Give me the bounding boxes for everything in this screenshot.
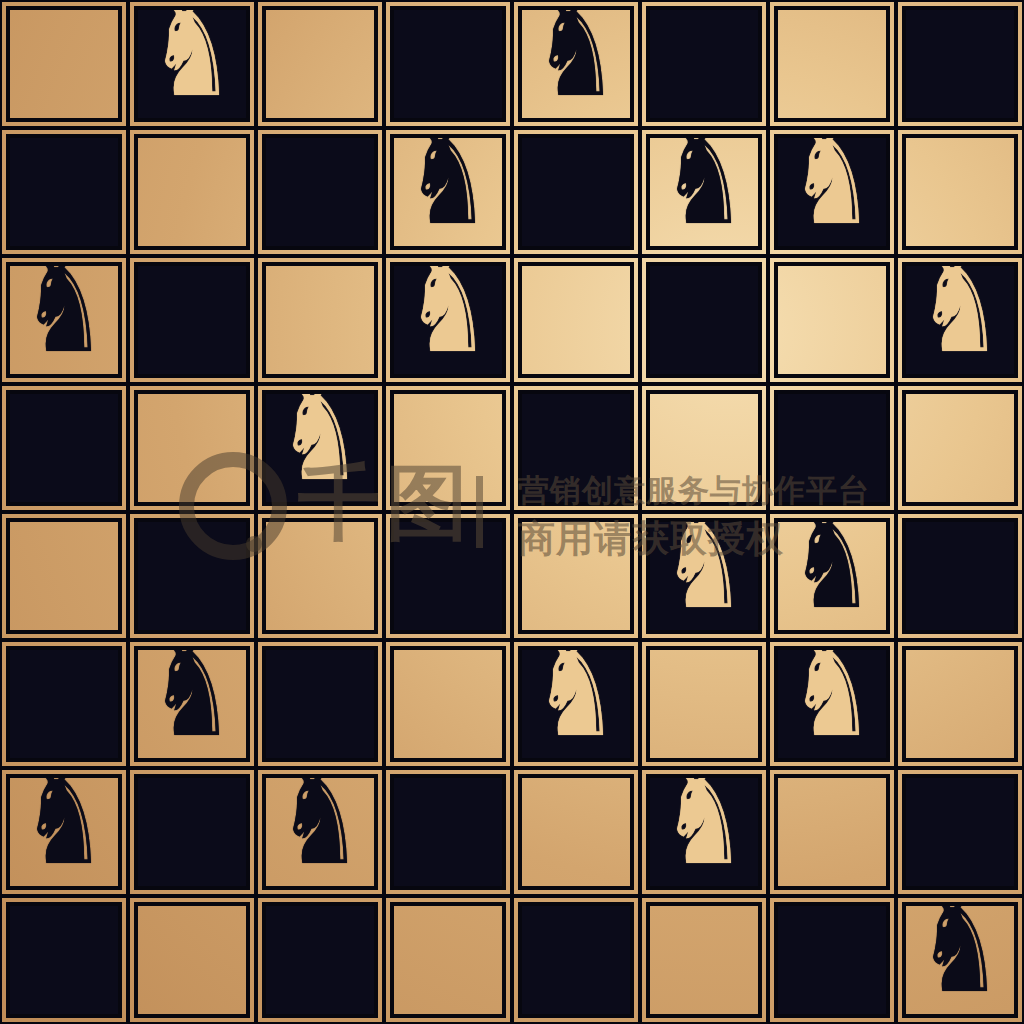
square-fill-dark (522, 394, 630, 502)
square-r3c1-gold (128, 384, 256, 512)
square-r4c0-gold (0, 512, 128, 640)
square-r0c6-gold (768, 0, 896, 128)
square-r6c1-dark (128, 768, 256, 896)
square-r7c1-gold (128, 896, 256, 1024)
square-r6c2-gold: ♞ (256, 768, 384, 896)
square-r6c0-gold: ♞ (0, 768, 128, 896)
square-r5c6-dark: ♞ (768, 640, 896, 768)
square-fill-dark: ♞ (266, 394, 374, 502)
square-fill-gold (394, 394, 502, 502)
square-r2c3-dark: ♞ (384, 256, 512, 384)
square-r0c0-gold (0, 0, 128, 128)
knight-dark: ♞ (534, 10, 619, 116)
knight-dark: ♞ (150, 650, 235, 756)
square-fill-dark (10, 906, 118, 1014)
square-r1c4-dark (512, 128, 640, 256)
square-r1c1-gold (128, 128, 256, 256)
square-fill-gold (778, 10, 886, 118)
square-fill-dark (138, 266, 246, 374)
square-fill-gold (10, 10, 118, 118)
knight-dark: ♞ (918, 906, 1003, 1012)
square-fill-dark (906, 10, 1014, 118)
square-fill-dark: ♞ (394, 266, 502, 374)
square-r4c4-gold (512, 512, 640, 640)
square-r4c5-dark: ♞ (640, 512, 768, 640)
square-fill-gold (138, 394, 246, 502)
square-r4c7-dark (896, 512, 1024, 640)
knight-gold: ♞ (534, 650, 619, 756)
square-fill-dark: ♞ (650, 778, 758, 886)
square-r1c3-gold: ♞ (384, 128, 512, 256)
square-fill-gold (650, 650, 758, 758)
square-fill-gold (138, 138, 246, 246)
knight-gold: ♞ (150, 10, 235, 116)
square-r3c2-dark: ♞ (256, 384, 384, 512)
square-r3c6-dark (768, 384, 896, 512)
square-r0c3-dark (384, 0, 512, 128)
square-fill-gold (522, 778, 630, 886)
square-r6c4-gold (512, 768, 640, 896)
square-fill-dark: ♞ (650, 522, 758, 630)
square-r5c2-dark (256, 640, 384, 768)
knight-dark: ♞ (278, 778, 363, 884)
square-r5c5-gold (640, 640, 768, 768)
square-r5c1-gold: ♞ (128, 640, 256, 768)
square-r1c5-gold: ♞ (640, 128, 768, 256)
square-fill-dark: ♞ (778, 650, 886, 758)
square-r1c0-dark (0, 128, 128, 256)
square-r5c0-dark (0, 640, 128, 768)
square-fill-dark (10, 650, 118, 758)
square-fill-gold (266, 522, 374, 630)
square-r1c2-dark (256, 128, 384, 256)
square-fill-dark (394, 778, 502, 886)
square-r2c4-gold (512, 256, 640, 384)
square-r2c7-dark: ♞ (896, 256, 1024, 384)
square-fill-gold: ♞ (394, 138, 502, 246)
square-r7c7-gold: ♞ (896, 896, 1024, 1024)
knight-gold: ♞ (278, 394, 363, 500)
square-fill-dark: ♞ (906, 266, 1014, 374)
square-r2c0-gold: ♞ (0, 256, 128, 384)
square-fill-dark (778, 394, 886, 502)
knight-dark: ♞ (406, 138, 491, 244)
knight-gold: ♞ (790, 138, 875, 244)
square-fill-dark (906, 778, 1014, 886)
square-fill-gold: ♞ (138, 650, 246, 758)
square-r4c6-gold: ♞ (768, 512, 896, 640)
square-fill-gold (906, 138, 1014, 246)
square-fill-gold: ♞ (10, 266, 118, 374)
square-r1c7-gold (896, 128, 1024, 256)
square-fill-dark (906, 522, 1014, 630)
knight-dark: ♞ (790, 522, 875, 628)
square-fill-dark (394, 522, 502, 630)
square-fill-dark (778, 906, 886, 1014)
square-r2c5-dark (640, 256, 768, 384)
square-r6c6-gold (768, 768, 896, 896)
square-fill-dark (266, 650, 374, 758)
square-fill-dark (138, 522, 246, 630)
square-fill-dark (650, 10, 758, 118)
square-r5c3-gold (384, 640, 512, 768)
square-fill-gold: ♞ (266, 778, 374, 886)
square-r6c5-dark: ♞ (640, 768, 768, 896)
square-r0c7-dark (896, 0, 1024, 128)
square-r4c1-dark (128, 512, 256, 640)
square-fill-gold (266, 266, 374, 374)
square-r0c4-gold: ♞ (512, 0, 640, 128)
square-fill-dark (394, 10, 502, 118)
square-r3c3-gold (384, 384, 512, 512)
square-r6c3-dark (384, 768, 512, 896)
square-fill-gold (650, 394, 758, 502)
square-fill-dark (522, 906, 630, 1014)
knight-gold: ♞ (918, 266, 1003, 372)
square-fill-gold: ♞ (650, 138, 758, 246)
square-fill-gold (394, 906, 502, 1014)
square-fill-gold (394, 650, 502, 758)
square-r0c1-dark: ♞ (128, 0, 256, 128)
square-fill-dark (266, 138, 374, 246)
square-r4c3-dark (384, 512, 512, 640)
square-fill-dark (266, 906, 374, 1014)
knight-dark: ♞ (662, 138, 747, 244)
square-fill-gold: ♞ (906, 906, 1014, 1014)
knight-gold: ♞ (662, 778, 747, 884)
square-r3c7-gold (896, 384, 1024, 512)
square-r6c7-dark (896, 768, 1024, 896)
square-fill-gold (266, 10, 374, 118)
square-r7c5-gold (640, 896, 768, 1024)
square-r3c5-gold (640, 384, 768, 512)
square-fill-dark: ♞ (522, 650, 630, 758)
square-r0c2-gold (256, 0, 384, 128)
square-r7c6-dark (768, 896, 896, 1024)
square-r2c2-gold (256, 256, 384, 384)
knight-gold: ♞ (662, 522, 747, 628)
square-fill-gold (778, 778, 886, 886)
square-fill-gold (906, 394, 1014, 502)
square-fill-dark (138, 778, 246, 886)
square-r7c0-dark (0, 896, 128, 1024)
square-fill-gold: ♞ (522, 10, 630, 118)
square-fill-dark (10, 394, 118, 502)
knight-dark: ♞ (22, 778, 107, 884)
square-r2c1-dark (128, 256, 256, 384)
knight-dark: ♞ (22, 266, 107, 372)
square-fill-gold: ♞ (10, 778, 118, 886)
square-fill-gold (10, 522, 118, 630)
square-r7c3-gold (384, 896, 512, 1024)
chess-board: ♞♞♞♞♞♞♞♞♞♞♞♞♞♞♞♞♞♞ (0, 0, 1024, 1024)
square-fill-dark (522, 138, 630, 246)
square-r7c4-dark (512, 896, 640, 1024)
square-fill-dark (10, 138, 118, 246)
square-r3c4-dark (512, 384, 640, 512)
knight-gold: ♞ (406, 266, 491, 372)
square-fill-gold (650, 906, 758, 1014)
square-fill-gold (522, 266, 630, 374)
knight-gold: ♞ (790, 650, 875, 756)
square-fill-dark (650, 266, 758, 374)
square-r5c4-dark: ♞ (512, 640, 640, 768)
square-r4c2-gold (256, 512, 384, 640)
square-r0c5-dark (640, 0, 768, 128)
square-r3c0-dark (0, 384, 128, 512)
square-r1c6-dark: ♞ (768, 128, 896, 256)
square-fill-gold (906, 650, 1014, 758)
square-r7c2-dark (256, 896, 384, 1024)
square-fill-dark: ♞ (778, 138, 886, 246)
square-fill-gold (138, 906, 246, 1014)
square-fill-gold (522, 522, 630, 630)
square-fill-gold: ♞ (778, 522, 886, 630)
square-fill-gold (778, 266, 886, 374)
square-r5c7-gold (896, 640, 1024, 768)
square-r2c6-gold (768, 256, 896, 384)
square-fill-dark: ♞ (138, 10, 246, 118)
